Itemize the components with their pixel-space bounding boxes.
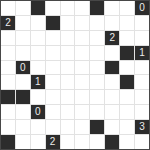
empty-cell[interactable] (75, 135, 89, 149)
wall-cell (1, 90, 15, 104)
empty-cell[interactable] (90, 135, 104, 149)
empty-cell[interactable] (46, 1, 60, 15)
wall-cell (105, 135, 119, 149)
empty-cell[interactable] (1, 1, 15, 15)
empty-cell[interactable] (61, 46, 75, 60)
wall-cell (120, 46, 134, 60)
empty-cell[interactable] (16, 105, 30, 119)
empty-cell[interactable] (75, 46, 89, 60)
clue-cell: 0 (135, 1, 149, 15)
empty-cell[interactable] (16, 1, 30, 15)
empty-cell[interactable] (105, 105, 119, 119)
empty-cell[interactable] (1, 120, 15, 134)
empty-cell[interactable] (90, 105, 104, 119)
empty-cell[interactable] (46, 31, 60, 45)
empty-cell[interactable] (105, 1, 119, 15)
empty-cell[interactable] (90, 75, 104, 89)
empty-cell[interactable] (135, 75, 149, 89)
wall-cell (120, 75, 134, 89)
empty-cell[interactable] (135, 16, 149, 30)
wall-cell (105, 61, 119, 75)
empty-cell[interactable] (135, 135, 149, 149)
empty-cell[interactable] (75, 31, 89, 45)
empty-cell[interactable] (16, 31, 30, 45)
empty-cell[interactable] (61, 120, 75, 134)
empty-cell[interactable] (31, 16, 45, 30)
empty-cell[interactable] (120, 61, 134, 75)
empty-cell[interactable] (135, 105, 149, 119)
empty-cell[interactable] (1, 75, 15, 89)
clue-cell: 3 (135, 120, 149, 134)
empty-cell[interactable] (46, 120, 60, 134)
empty-cell[interactable] (1, 105, 15, 119)
empty-cell[interactable] (46, 61, 60, 75)
empty-cell[interactable] (16, 46, 30, 60)
empty-cell[interactable] (120, 90, 134, 104)
empty-cell[interactable] (1, 61, 15, 75)
empty-cell[interactable] (90, 61, 104, 75)
empty-cell[interactable] (31, 90, 45, 104)
empty-cell[interactable] (120, 16, 134, 30)
wall-cell (16, 90, 30, 104)
clue-cell: 0 (31, 105, 45, 119)
empty-cell[interactable] (1, 46, 15, 60)
empty-cell[interactable] (61, 135, 75, 149)
empty-cell[interactable] (135, 90, 149, 104)
empty-cell[interactable] (105, 75, 119, 89)
empty-cell[interactable] (75, 105, 89, 119)
empty-cell[interactable] (75, 16, 89, 30)
empty-cell[interactable] (105, 120, 119, 134)
empty-cell[interactable] (90, 46, 104, 60)
empty-cell[interactable] (120, 31, 134, 45)
wall-cell (1, 135, 15, 149)
empty-cell[interactable] (105, 90, 119, 104)
wall-cell (46, 16, 60, 30)
empty-cell[interactable] (31, 31, 45, 45)
empty-cell[interactable] (61, 61, 75, 75)
empty-cell[interactable] (61, 75, 75, 89)
empty-cell[interactable] (16, 16, 30, 30)
empty-cell[interactable] (31, 135, 45, 149)
clue-cell: 0 (16, 61, 30, 75)
clue-cell: 1 (135, 46, 149, 60)
empty-cell[interactable] (16, 120, 30, 134)
empty-cell[interactable] (16, 75, 30, 89)
empty-cell[interactable] (105, 46, 119, 60)
empty-cell[interactable] (61, 105, 75, 119)
empty-cell[interactable] (46, 90, 60, 104)
clue-cell: 2 (46, 135, 60, 149)
empty-cell[interactable] (31, 120, 45, 134)
empty-cell[interactable] (61, 16, 75, 30)
empty-cell[interactable] (16, 135, 30, 149)
empty-cell[interactable] (90, 16, 104, 30)
empty-cell[interactable] (75, 1, 89, 15)
empty-cell[interactable] (75, 61, 89, 75)
clue-cell: 2 (1, 16, 15, 30)
puzzle-board: 022101032 (0, 0, 150, 150)
wall-cell (31, 1, 45, 15)
empty-cell[interactable] (46, 46, 60, 60)
empty-cell[interactable] (31, 46, 45, 60)
empty-cell[interactable] (135, 61, 149, 75)
empty-cell[interactable] (75, 120, 89, 134)
empty-cell[interactable] (120, 135, 134, 149)
empty-cell[interactable] (105, 16, 119, 30)
empty-cell[interactable] (61, 31, 75, 45)
empty-cell[interactable] (61, 1, 75, 15)
empty-cell[interactable] (90, 90, 104, 104)
empty-cell[interactable] (46, 75, 60, 89)
empty-cell[interactable] (46, 105, 60, 119)
clue-cell: 1 (31, 75, 45, 89)
wall-cell (90, 120, 104, 134)
empty-cell[interactable] (75, 75, 89, 89)
empty-cell[interactable] (1, 31, 15, 45)
empty-cell[interactable] (120, 1, 134, 15)
empty-cell[interactable] (120, 105, 134, 119)
empty-cell[interactable] (75, 90, 89, 104)
wall-cell (90, 1, 104, 15)
empty-cell[interactable] (61, 90, 75, 104)
empty-cell[interactable] (135, 31, 149, 45)
empty-cell[interactable] (31, 61, 45, 75)
clue-cell: 2 (105, 31, 119, 45)
empty-cell[interactable] (120, 120, 134, 134)
empty-cell[interactable] (90, 31, 104, 45)
